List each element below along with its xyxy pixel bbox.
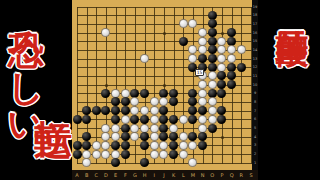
white-stone: [159, 150, 168, 159]
white-stone: [198, 80, 207, 89]
star-point: [105, 84, 108, 87]
column-letter: M: [191, 172, 195, 178]
white-stone: [101, 28, 110, 37]
white-stone: [188, 54, 197, 63]
black-stone: [159, 106, 168, 115]
black-stone: [208, 54, 217, 63]
black-stone: [82, 141, 91, 150]
black-stone: [73, 150, 82, 159]
column-letter: S: [249, 172, 252, 178]
black-stone: [208, 28, 217, 37]
black-stone: [188, 89, 197, 98]
caption-right-player-name: 仲邑菫二段: [276, 4, 309, 9]
row-number: 5: [252, 126, 258, 130]
white-stone: [159, 97, 168, 106]
white-stone: [179, 115, 188, 124]
black-stone: [121, 150, 130, 159]
row-number: 18: [252, 13, 258, 17]
white-stone: [217, 37, 226, 46]
black-stone: [121, 141, 130, 150]
column-letter: D: [104, 172, 108, 178]
white-stone: [198, 115, 207, 124]
white-stone: [101, 150, 110, 159]
star-point: [163, 84, 166, 87]
star-point: [163, 32, 166, 35]
row-number: 13: [252, 57, 258, 61]
column-letter: K: [172, 172, 175, 178]
grid-line-horizontal: [77, 163, 252, 164]
white-stone: [198, 37, 207, 46]
caption-left-column1: 恐ろしい: [8, 4, 44, 131]
white-stone: [227, 45, 236, 54]
white-stone: [101, 132, 110, 141]
column-letter: F: [124, 172, 127, 178]
black-stone: [217, 89, 226, 98]
white-stone: [130, 124, 139, 133]
black-stone: [208, 124, 217, 133]
black-stone: [159, 132, 168, 141]
white-stone: [111, 150, 120, 159]
black-stone: [227, 37, 236, 46]
column-letter: J: [163, 172, 164, 178]
black-stone: [217, 115, 226, 124]
black-stone: [227, 80, 236, 89]
white-stone: [198, 45, 207, 54]
white-stone: [130, 97, 139, 106]
white-stone: [150, 150, 159, 159]
white-stone: [217, 45, 226, 54]
black-stone: [111, 115, 120, 124]
white-stone: [237, 45, 246, 54]
row-number: 9: [252, 91, 258, 95]
black-stone: [169, 115, 178, 124]
black-stone: [169, 150, 178, 159]
white-stone: [198, 124, 207, 133]
black-stone: [111, 158, 120, 167]
black-stone: [140, 141, 149, 150]
black-stone: [188, 106, 197, 115]
white-stone: [82, 150, 91, 159]
black-stone: [121, 97, 130, 106]
column-letters-strip: ABCDEFGHIJKLMNOPQRS: [72, 170, 258, 180]
white-stone: [188, 19, 197, 28]
row-number: 17: [252, 22, 258, 26]
row-number: 16: [252, 31, 258, 35]
row-number: 1: [252, 161, 258, 165]
row-number: 6: [252, 117, 258, 121]
white-stone: [130, 132, 139, 141]
column-letter: B: [85, 172, 88, 178]
black-stone: [217, 71, 226, 80]
white-stone: [198, 97, 207, 106]
black-stone: [208, 63, 217, 72]
black-stone: [159, 124, 168, 133]
black-stone: [82, 132, 91, 141]
column-letter: A: [75, 172, 78, 178]
white-stone: [208, 71, 217, 80]
black-stone: [82, 115, 91, 124]
black-stone: [101, 89, 110, 98]
black-stone: [73, 115, 82, 124]
black-stone: [237, 63, 246, 72]
black-stone: [140, 89, 149, 98]
column-letter: N: [201, 172, 205, 178]
column-letter: R: [240, 172, 243, 178]
star-point: [221, 136, 224, 139]
black-stone: [208, 19, 217, 28]
white-stone: [179, 150, 188, 159]
row-number: 4: [252, 135, 258, 139]
black-stone: [208, 45, 217, 54]
column-letter: H: [143, 172, 147, 178]
black-stone: [198, 132, 207, 141]
black-stone: [227, 63, 236, 72]
white-stone: [111, 132, 120, 141]
white-stone: [111, 124, 120, 133]
white-stone: [150, 141, 159, 150]
white-stone: [179, 132, 188, 141]
black-stone: [111, 97, 120, 106]
column-letter: I: [154, 172, 155, 178]
black-stone: [140, 115, 149, 124]
white-stone: [217, 63, 226, 72]
white-stone: [92, 141, 101, 150]
white-stone: [208, 80, 217, 89]
go-board: 15: [72, 0, 252, 170]
black-stone: [121, 124, 130, 133]
black-stone: [82, 106, 91, 115]
black-stone: [159, 115, 168, 124]
column-letter: G: [133, 172, 137, 178]
black-stone: [169, 97, 178, 106]
caption-left-column2: 逆転: [34, 90, 72, 92]
black-stone: [140, 132, 149, 141]
white-stone: [92, 150, 101, 159]
column-letter: L: [182, 172, 185, 178]
white-stone: [111, 89, 120, 98]
white-stone: [169, 124, 178, 133]
black-stone: [169, 132, 178, 141]
row-number: 10: [252, 83, 258, 87]
column-letter: Q: [230, 172, 234, 178]
white-stone: [159, 141, 168, 150]
black-stone: [198, 141, 207, 150]
black-stone: [217, 80, 226, 89]
star-point: [221, 32, 224, 35]
row-number: 14: [252, 48, 258, 52]
go-board-area: 15 ABCDEFGHIJKLMNOPQRS 19181716151413121…: [72, 0, 258, 180]
black-stone: [111, 106, 120, 115]
white-stone: [208, 106, 217, 115]
white-stone: [217, 54, 226, 63]
black-stone: [208, 37, 217, 46]
white-stone: [179, 141, 188, 150]
black-stone: [92, 106, 101, 115]
white-stone: [150, 124, 159, 133]
video-frame: 恐ろしい 逆転 仲邑菫二段 15 ABCDEFGHIJKLMNOPQRS 191…: [0, 0, 320, 180]
white-stone: [208, 115, 217, 124]
white-stone: [140, 54, 149, 63]
black-stone: [188, 132, 197, 141]
row-number: 7: [252, 109, 258, 113]
white-stone: [188, 158, 197, 167]
white-stone: [150, 115, 159, 124]
black-stone: [169, 141, 178, 150]
white-stone: [82, 158, 91, 167]
row-number: 11: [252, 74, 258, 78]
column-letter: P: [220, 172, 223, 178]
white-stone: [121, 89, 130, 98]
white-stone: [208, 97, 217, 106]
black-stone: [227, 28, 236, 37]
white-stone: [198, 89, 207, 98]
row-number: 15: [252, 39, 258, 43]
row-number: 19: [252, 5, 258, 9]
white-stone: [227, 54, 236, 63]
black-stone: [217, 106, 226, 115]
black-stone: [101, 106, 110, 115]
white-stone: [150, 97, 159, 106]
black-stone: [140, 158, 149, 167]
black-stone: [208, 89, 217, 98]
white-stone: [130, 106, 139, 115]
black-stone: [159, 89, 168, 98]
black-stone: [169, 89, 178, 98]
black-stone: [179, 37, 188, 46]
black-stone: [198, 54, 207, 63]
white-stone: [150, 132, 159, 141]
black-stone: [121, 132, 130, 141]
white-stone: [150, 106, 159, 115]
white-stone: [179, 19, 188, 28]
row-number: 3: [252, 143, 258, 147]
black-stone: [111, 141, 120, 150]
white-stone: [140, 124, 149, 133]
white-stone: [101, 124, 110, 133]
row-number: 12: [252, 65, 258, 69]
move-number-label: 15: [195, 69, 205, 76]
white-stone: [188, 141, 197, 150]
black-stone: [73, 141, 82, 150]
white-stone: [198, 28, 207, 37]
black-stone: [198, 106, 207, 115]
black-stone: [227, 71, 236, 80]
row-number: 2: [252, 152, 258, 156]
white-stone: [188, 45, 197, 54]
black-stone: [188, 97, 197, 106]
column-letter: E: [114, 172, 117, 178]
white-stone: [101, 141, 110, 150]
black-stone: [121, 106, 130, 115]
white-stone: [121, 115, 130, 124]
column-letter: C: [95, 172, 99, 178]
black-stone: [130, 89, 139, 98]
column-letter: O: [210, 172, 214, 178]
white-stone: [140, 106, 149, 115]
black-stone: [208, 11, 217, 20]
row-numbers-strip: 19181716151413121110987654321: [252, 0, 258, 170]
black-stone: [188, 115, 197, 124]
grid-line-vertical: [241, 7, 242, 164]
black-stone: [130, 115, 139, 124]
row-number: 8: [252, 100, 258, 104]
